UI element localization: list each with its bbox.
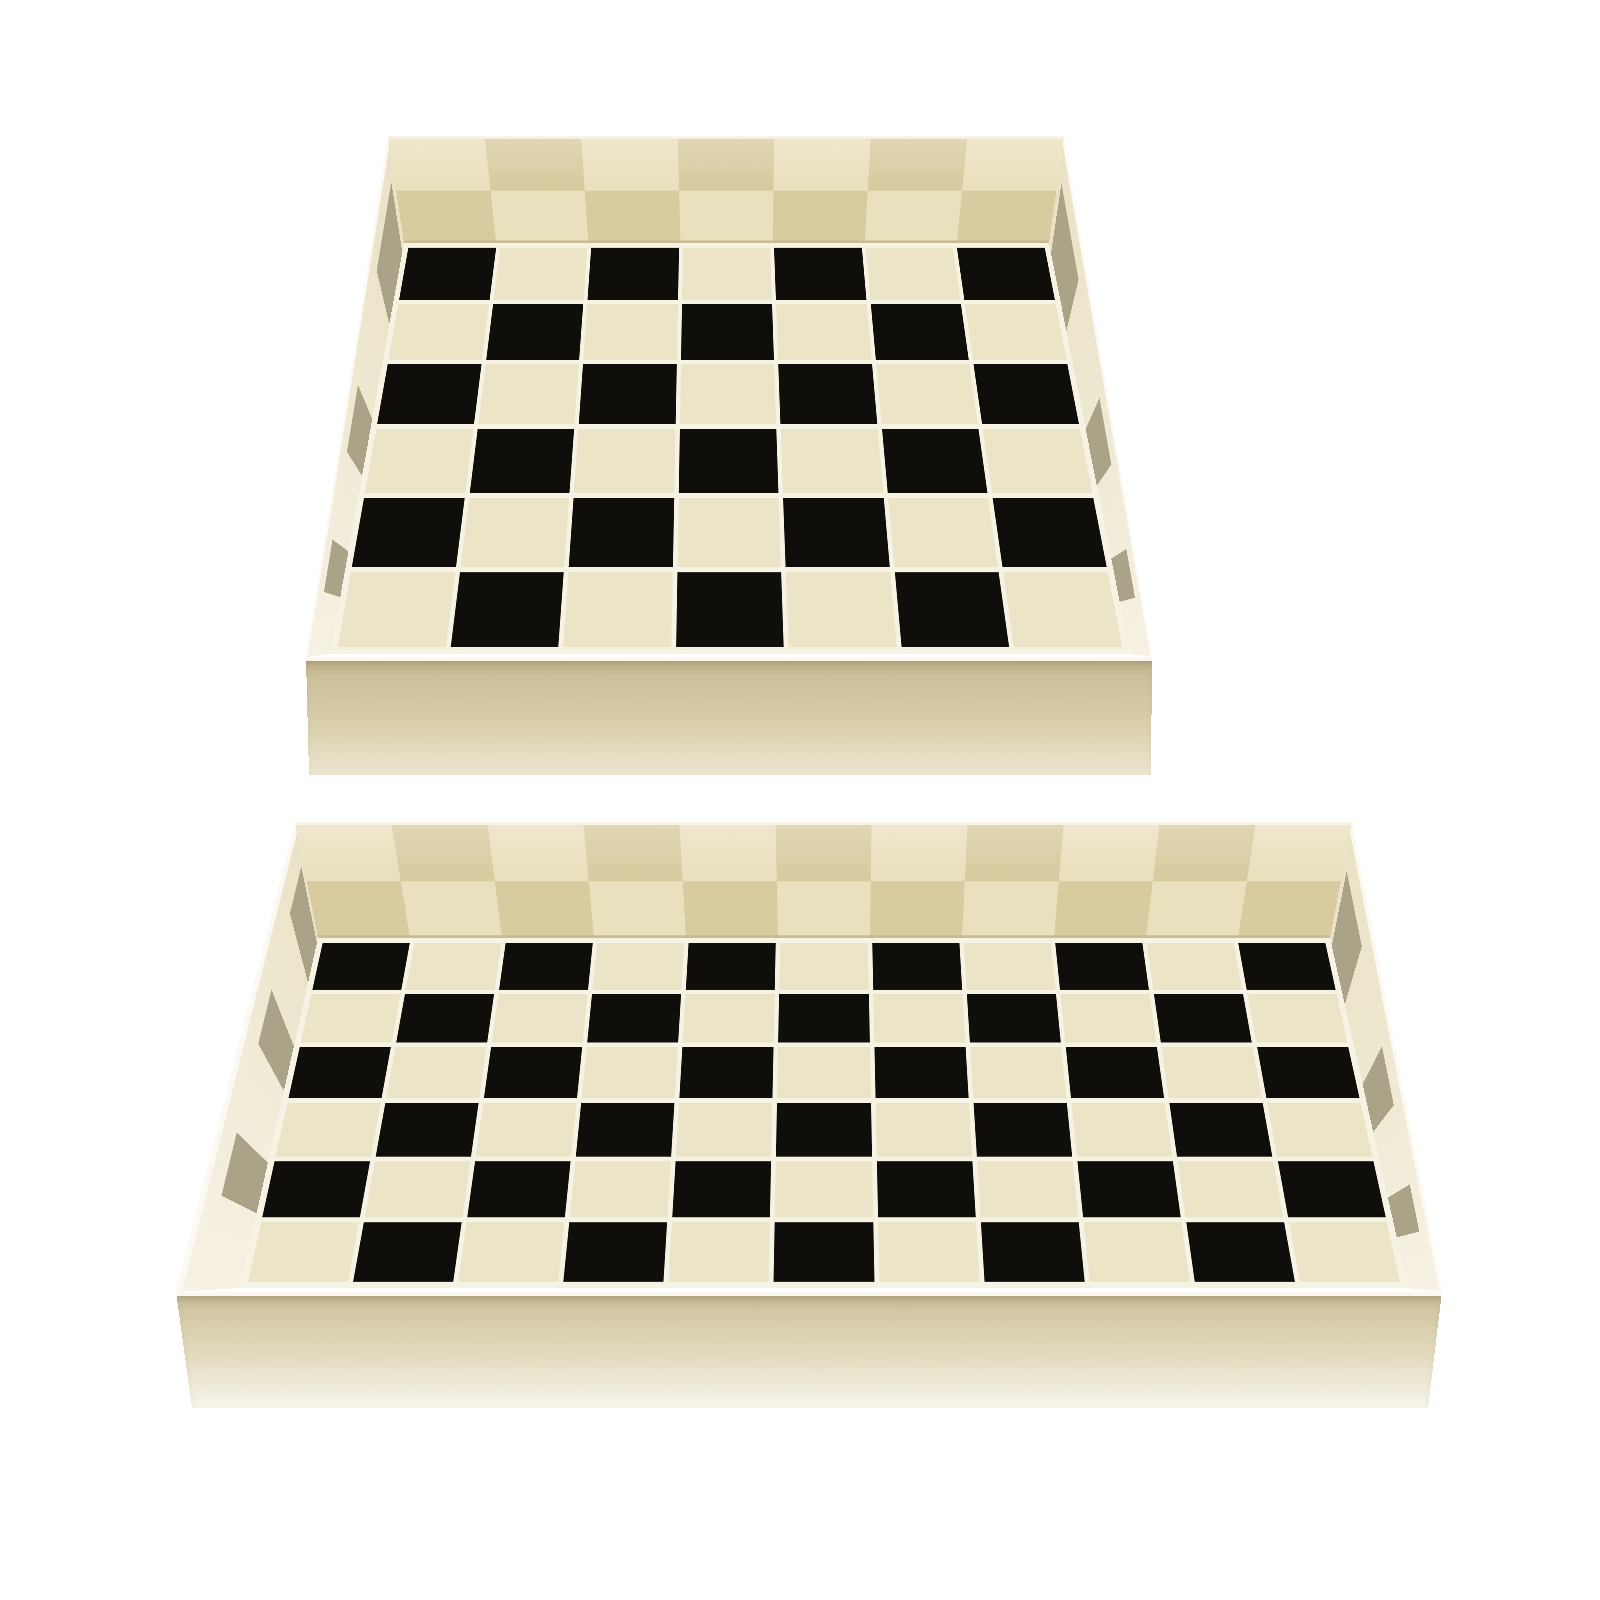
- board-cell: [484, 1047, 582, 1098]
- square-tray-front-wall: [306, 657, 1152, 775]
- board-cell: [680, 364, 777, 424]
- board-cell: [882, 429, 988, 493]
- board-cell: [669, 1223, 770, 1282]
- board-cell: [486, 304, 583, 360]
- board-cell: [974, 364, 1079, 424]
- product-photo: [0, 0, 1600, 1600]
- board-cell: [963, 943, 1055, 990]
- board-cell: [680, 1047, 774, 1098]
- board-cell: [467, 1161, 570, 1217]
- board-cell: [1154, 994, 1252, 1043]
- board-cell: [686, 943, 776, 990]
- board-cell: [377, 364, 481, 424]
- board-cell: [248, 1223, 359, 1282]
- board-cell: [1267, 1103, 1372, 1157]
- board-cell: [396, 994, 494, 1043]
- board-cell: [776, 1103, 871, 1157]
- board-cell: [582, 1047, 678, 1098]
- board-cell: [775, 1161, 873, 1217]
- board-cell: [781, 429, 883, 493]
- board-cell: [1177, 1161, 1283, 1217]
- board-cell: [877, 1161, 976, 1217]
- board-cell: [478, 364, 579, 424]
- rect-tray-checkerboard: [240, 938, 1408, 1288]
- rect-tray-front-wall: [176, 1292, 1442, 1408]
- board-cell: [353, 1223, 462, 1282]
- board-cell: [579, 364, 677, 424]
- board-cell: [683, 994, 775, 1043]
- board-cell: [871, 304, 969, 360]
- board-cell: [365, 1161, 471, 1217]
- board-cell: [388, 304, 488, 360]
- board-cell: [570, 1161, 671, 1217]
- board-cell: [673, 1161, 772, 1217]
- board-cell: [973, 1103, 1072, 1157]
- board-cell: [993, 498, 1107, 567]
- board-cell: [1278, 1161, 1386, 1217]
- board-cell: [872, 943, 962, 990]
- board-cell: [778, 994, 869, 1043]
- board-cell: [983, 429, 1092, 493]
- board-cell: [874, 1047, 968, 1098]
- board-cell: [312, 943, 410, 990]
- board-cell: [1289, 1223, 1400, 1282]
- board-cell: [476, 1103, 577, 1157]
- rect-tray-back-wall: [295, 822, 1352, 938]
- board-cell: [1247, 994, 1347, 1043]
- board-cell: [386, 1047, 486, 1098]
- board-cell: [276, 1103, 381, 1157]
- board-cell: [783, 498, 889, 567]
- board-cell: [875, 1103, 972, 1157]
- board-cell: [469, 429, 574, 493]
- board-cell: [1071, 1103, 1172, 1157]
- board-cell: [593, 943, 685, 990]
- board-cell: [777, 1047, 870, 1098]
- board-cell: [1060, 994, 1156, 1043]
- board-cell: [583, 304, 677, 360]
- board-cell: [301, 994, 401, 1043]
- board-cell: [1238, 943, 1336, 990]
- board-cell: [776, 304, 871, 360]
- board-cell: [262, 1161, 370, 1217]
- board-cell: [786, 572, 897, 646]
- board-cell: [587, 994, 681, 1043]
- board-cell: [681, 304, 774, 360]
- board-cell: [970, 1047, 1066, 1098]
- board-cell: [493, 248, 587, 300]
- board-cell: [338, 572, 455, 646]
- board-cell: [774, 248, 866, 300]
- board-cell: [1257, 1047, 1360, 1098]
- board-cell: [450, 572, 563, 646]
- board-cell: [888, 498, 998, 567]
- board-cell: [873, 994, 965, 1043]
- board-cell: [965, 304, 1066, 360]
- board-cell: [574, 429, 675, 493]
- board-cell: [679, 429, 779, 493]
- square-tray-back-wall: [388, 136, 1064, 243]
- board-cell: [866, 248, 961, 300]
- board-cell: [564, 1223, 668, 1282]
- board-cell: [288, 1047, 390, 1098]
- board-cell: [1055, 943, 1149, 990]
- board-cell: [1161, 1047, 1261, 1098]
- board-cell: [563, 572, 672, 646]
- board-cell: [1169, 1103, 1272, 1157]
- board-cell: [576, 1103, 675, 1157]
- board-cell: [569, 498, 674, 567]
- board-cell: [778, 364, 877, 424]
- board-cell: [676, 572, 784, 646]
- board-cell: [895, 572, 1010, 646]
- board-cell: [1004, 572, 1123, 646]
- square-tray-checkerboard: [330, 243, 1130, 654]
- board-cell: [1186, 1223, 1295, 1282]
- board-cell: [981, 1223, 1085, 1282]
- board-cell: [460, 498, 569, 567]
- board-cell: [1077, 1161, 1180, 1217]
- board-cell: [682, 248, 772, 300]
- board-cell: [677, 498, 781, 567]
- board-cell: [878, 1223, 979, 1282]
- board-cell: [588, 248, 679, 300]
- board-cell: [352, 498, 465, 567]
- board-cell: [492, 994, 588, 1043]
- board-cell: [1066, 1047, 1164, 1098]
- board-cell: [1083, 1223, 1189, 1282]
- board-cell: [779, 943, 868, 990]
- board-cell: [774, 1223, 874, 1282]
- board-cell: [977, 1161, 1078, 1217]
- board-cell: [458, 1223, 564, 1282]
- board-cell: [365, 429, 473, 493]
- board-cell: [499, 943, 593, 990]
- board-cell: [676, 1103, 773, 1157]
- board-cell: [406, 943, 502, 990]
- board-cell: [376, 1103, 479, 1157]
- board-cell: [957, 248, 1055, 300]
- board-cell: [399, 248, 496, 300]
- board-cell: [876, 364, 978, 424]
- board-cell: [967, 994, 1061, 1043]
- board-cell: [1147, 943, 1243, 990]
